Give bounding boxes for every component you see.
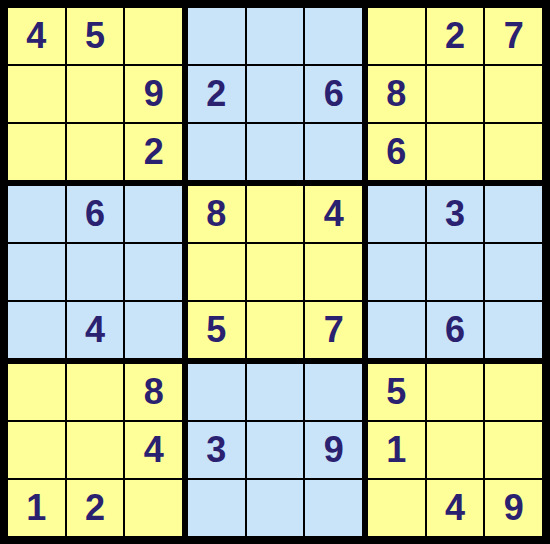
sudoku-cell-r7c4[interactable]	[188, 364, 245, 420]
sudoku-cell-r2c7[interactable]: 8	[368, 66, 425, 122]
sudoku-cell-r1c3[interactable]	[125, 8, 182, 64]
sudoku-cell-r6c3[interactable]	[125, 302, 182, 358]
sudoku-cell-r7c7[interactable]: 5	[368, 364, 425, 420]
sudoku-cell-r4c3[interactable]	[125, 186, 182, 242]
sudoku-cell-r5c6[interactable]	[305, 244, 362, 300]
sudoku-box-r2c2: 8457	[188, 186, 362, 358]
sudoku-cell-r5c4[interactable]	[188, 244, 245, 300]
sudoku-box-r1c2: 26	[188, 8, 362, 180]
sudoku-cell-r1c9[interactable]: 7	[485, 8, 542, 64]
sudoku-cell-r8c2[interactable]	[67, 422, 124, 478]
sudoku-cell-r5c5[interactable]	[247, 244, 304, 300]
sudoku-cell-r2c2[interactable]	[67, 66, 124, 122]
sudoku-cell-r6c9[interactable]	[485, 302, 542, 358]
sudoku-cell-r4c5[interactable]	[247, 186, 304, 242]
sudoku-cell-r7c6[interactable]	[305, 364, 362, 420]
sudoku-cell-r2c6[interactable]: 6	[305, 66, 362, 122]
sudoku-cell-r5c3[interactable]	[125, 244, 182, 300]
sudoku-cell-r6c4[interactable]: 5	[188, 302, 245, 358]
sudoku-cell-r9c9[interactable]: 9	[485, 480, 542, 536]
sudoku-cell-r3c2[interactable]	[67, 124, 124, 180]
sudoku-cell-r3c3[interactable]: 2	[125, 124, 182, 180]
sudoku-cell-r2c3[interactable]: 9	[125, 66, 182, 122]
sudoku-cell-r2c1[interactable]	[8, 66, 65, 122]
sudoku-cell-r5c7[interactable]	[368, 244, 425, 300]
sudoku-box-r1c1: 4592	[8, 8, 182, 180]
sudoku-cell-r9c1[interactable]: 1	[8, 480, 65, 536]
sudoku-cell-r9c3[interactable]	[125, 480, 182, 536]
sudoku-cell-r5c8[interactable]	[427, 244, 484, 300]
sudoku-cell-r2c9[interactable]	[485, 66, 542, 122]
sudoku-cell-r6c8[interactable]: 6	[427, 302, 484, 358]
sudoku-cell-r6c6[interactable]: 7	[305, 302, 362, 358]
sudoku-cell-r9c4[interactable]	[188, 480, 245, 536]
sudoku-box-r3c2: 39	[188, 364, 362, 536]
sudoku-cell-r3c1[interactable]	[8, 124, 65, 180]
sudoku-cell-r6c5[interactable]	[247, 302, 304, 358]
sudoku-cell-r4c9[interactable]	[485, 186, 542, 242]
sudoku-cell-r2c5[interactable]	[247, 66, 304, 122]
sudoku-cell-r8c7[interactable]: 1	[368, 422, 425, 478]
sudoku-cell-r4c4[interactable]: 8	[188, 186, 245, 242]
sudoku-box-r3c1: 8412	[8, 364, 182, 536]
sudoku-cell-r8c9[interactable]	[485, 422, 542, 478]
sudoku-cell-r1c5[interactable]	[247, 8, 304, 64]
sudoku-cell-r5c2[interactable]	[67, 244, 124, 300]
sudoku-cell-r2c4[interactable]: 2	[188, 66, 245, 122]
sudoku-cell-r3c8[interactable]	[427, 124, 484, 180]
sudoku-cell-r1c2[interactable]: 5	[67, 8, 124, 64]
sudoku-cell-r6c7[interactable]	[368, 302, 425, 358]
sudoku-box-r3c3: 5149	[368, 364, 542, 536]
sudoku-cell-r8c4[interactable]: 3	[188, 422, 245, 478]
sudoku-cell-r4c2[interactable]: 6	[67, 186, 124, 242]
sudoku-cell-r9c6[interactable]	[305, 480, 362, 536]
sudoku-cell-r1c4[interactable]	[188, 8, 245, 64]
sudoku-cell-r8c3[interactable]: 4	[125, 422, 182, 478]
sudoku-cell-r9c8[interactable]: 4	[427, 480, 484, 536]
sudoku-box-r1c3: 2786	[368, 8, 542, 180]
sudoku-cell-r6c2[interactable]: 4	[67, 302, 124, 358]
sudoku-cell-r9c7[interactable]	[368, 480, 425, 536]
sudoku-cell-r3c6[interactable]	[305, 124, 362, 180]
sudoku-board-frame: 4592262786648457368412395149	[0, 0, 550, 544]
sudoku-cell-r1c6[interactable]	[305, 8, 362, 64]
sudoku-cell-r7c2[interactable]	[67, 364, 124, 420]
sudoku-cell-r6c1[interactable]	[8, 302, 65, 358]
sudoku-cell-r1c1[interactable]: 4	[8, 8, 65, 64]
sudoku-cell-r1c8[interactable]: 2	[427, 8, 484, 64]
sudoku-cell-r4c7[interactable]	[368, 186, 425, 242]
sudoku-box-r2c1: 64	[8, 186, 182, 358]
sudoku-box-r2c3: 36	[368, 186, 542, 358]
sudoku-cell-r4c1[interactable]	[8, 186, 65, 242]
sudoku-cell-r5c1[interactable]	[8, 244, 65, 300]
sudoku-cell-r2c8[interactable]	[427, 66, 484, 122]
sudoku-cell-r7c3[interactable]: 8	[125, 364, 182, 420]
sudoku-cell-r3c7[interactable]: 6	[368, 124, 425, 180]
sudoku-cell-r8c8[interactable]	[427, 422, 484, 478]
sudoku-cell-r7c1[interactable]	[8, 364, 65, 420]
sudoku-cell-r7c5[interactable]	[247, 364, 304, 420]
sudoku-cell-r4c8[interactable]: 3	[427, 186, 484, 242]
sudoku-cell-r5c9[interactable]	[485, 244, 542, 300]
sudoku-cell-r8c5[interactable]	[247, 422, 304, 478]
sudoku-cell-r8c6[interactable]: 9	[305, 422, 362, 478]
sudoku-cell-r9c5[interactable]	[247, 480, 304, 536]
sudoku-cell-r3c4[interactable]	[188, 124, 245, 180]
sudoku-cell-r4c6[interactable]: 4	[305, 186, 362, 242]
sudoku-cell-r7c9[interactable]	[485, 364, 542, 420]
sudoku-cell-r3c9[interactable]	[485, 124, 542, 180]
sudoku-cell-r9c2[interactable]: 2	[67, 480, 124, 536]
sudoku-cell-r8c1[interactable]	[8, 422, 65, 478]
sudoku-cell-r1c7[interactable]	[368, 8, 425, 64]
sudoku-board: 4592262786648457368412395149	[8, 8, 542, 536]
sudoku-cell-r3c5[interactable]	[247, 124, 304, 180]
sudoku-cell-r7c8[interactable]	[427, 364, 484, 420]
